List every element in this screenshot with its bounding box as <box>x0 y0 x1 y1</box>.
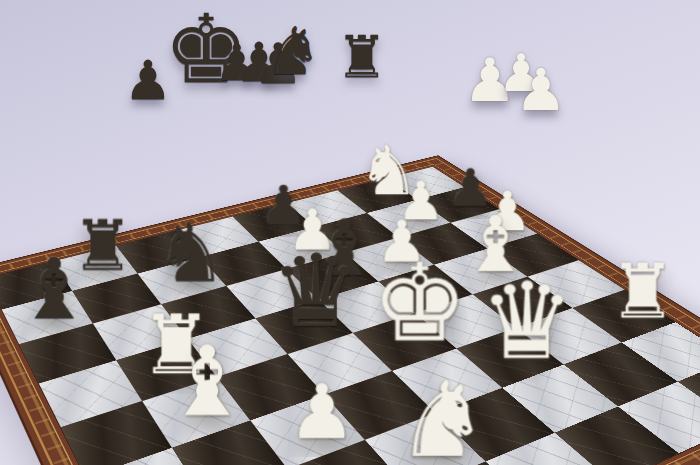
white-bishop-b4[interactable]: ♝ <box>164 336 250 428</box>
white-knight-d2[interactable]: ♞ <box>396 371 490 465</box>
white-rook-h3[interactable]: ♜ <box>609 256 677 328</box>
white-pawn-c3[interactable]: ♟ <box>288 377 356 449</box>
white-queen-f3[interactable]: ♛ <box>480 271 575 372</box>
off-board-white-pawn[interactable]: ♟ <box>515 61 567 119</box>
black-queen-d5[interactable]: ♛ <box>271 243 362 339</box>
off-board-black-rook[interactable]: ♜ <box>336 28 388 86</box>
board-grid: ♜♟♞♝♞♟♟♟♝♟♟♜♛♝♝♚♟♛♜♞ <box>0 167 700 465</box>
table-surface: ♜♟♞♝♞♟♟♟♝♟♟♜♛♝♝♚♟♛♜♞ ♟♚♟♟♟♞♜ ♟♟♟ <box>0 0 700 465</box>
off-board-black-knight[interactable]: ♞ <box>263 19 322 85</box>
chess-board: ♜♟♞♝♞♟♟♟♝♟♟♜♛♝♝♚♟♛♜♞ <box>0 156 700 465</box>
black-bishop-a7[interactable]: ♝ <box>17 250 92 329</box>
black-knight-c7[interactable]: ♞ <box>155 215 227 291</box>
white-king-e4[interactable]: ♚ <box>371 253 467 355</box>
